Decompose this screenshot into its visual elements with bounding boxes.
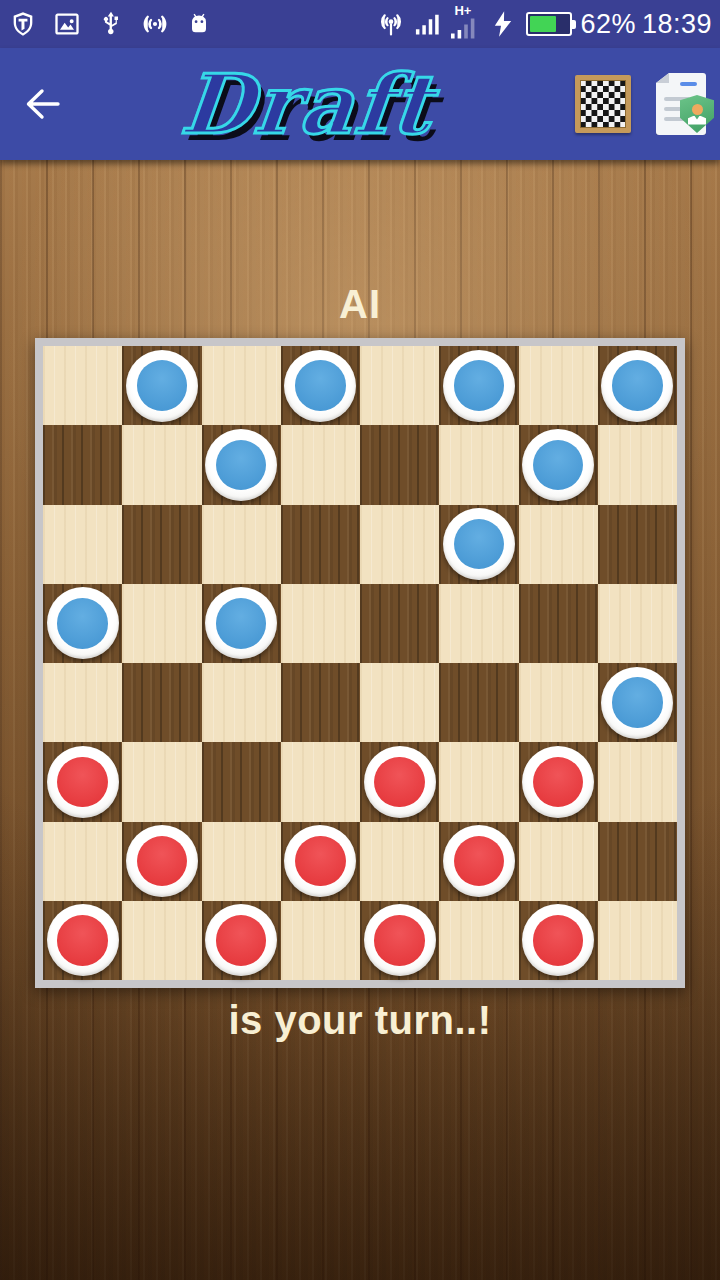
board-cell[interactable] [43,425,122,504]
battery-icon [526,12,572,36]
board-cell[interactable] [598,346,677,425]
board-cell[interactable] [439,505,518,584]
usb-icon [96,9,126,39]
red-piece[interactable] [284,825,356,897]
board-cell[interactable] [360,822,439,901]
piece-inner [612,360,662,410]
board-cell[interactable] [202,346,281,425]
piece-inner [57,915,107,965]
red-piece[interactable] [126,825,198,897]
app-bar: Draft [0,48,720,160]
board-cell[interactable] [43,505,122,584]
blue-piece[interactable] [284,350,356,422]
battery-tip [572,20,576,29]
battery-fill [530,16,556,32]
board-cell[interactable] [519,822,598,901]
board-cell[interactable] [202,425,281,504]
board-cell[interactable] [43,901,122,980]
board-cell[interactable] [598,901,677,980]
board-cell[interactable] [598,505,677,584]
blue-piece[interactable] [601,350,673,422]
red-piece[interactable] [364,746,436,818]
person-head [692,104,703,115]
signal-hplus-icon: H+ [448,7,482,41]
document-shield-icon [656,73,706,135]
board-cell[interactable] [281,663,360,742]
board-cell[interactable] [122,663,201,742]
board-cell[interactable] [598,742,677,821]
checkerboard-icon [575,75,631,133]
piece-inner [216,440,266,490]
board-cell[interactable] [598,822,677,901]
checkers-board[interactable] [35,338,685,988]
board-cell[interactable] [439,822,518,901]
board-cell[interactable] [360,425,439,504]
board-cell[interactable] [360,346,439,425]
blue-piece[interactable] [126,350,198,422]
board-cell[interactable] [598,584,677,663]
game-area: AI is your turn..! [0,160,720,1280]
board-cell[interactable] [598,425,677,504]
blue-piece[interactable] [443,508,515,580]
board-cell[interactable] [439,584,518,663]
android-debug-icon [184,9,214,39]
board-cell[interactable] [519,663,598,742]
board-cell[interactable] [122,822,201,901]
board-cell[interactable] [43,584,122,663]
piece-inner [295,360,345,410]
board-cell[interactable] [360,505,439,584]
board-cell[interactable] [202,505,281,584]
opponent-label: AI [0,282,720,327]
board-cell[interactable] [122,584,201,663]
blue-piece[interactable] [443,350,515,422]
board-cell[interactable] [281,901,360,980]
signal-full-icon [412,9,442,39]
board-cell[interactable] [519,346,598,425]
app-title: Draft [177,63,436,145]
board-cell[interactable] [281,505,360,584]
board-cell[interactable] [43,742,122,821]
board-cell[interactable] [281,425,360,504]
piece-inner [137,360,187,410]
board-cell[interactable] [122,901,201,980]
clock-text: 18:39 [642,9,712,40]
status-bar: H+ 62% 18:39 [0,0,720,48]
piece-inner [454,360,504,410]
board-cell[interactable] [122,425,201,504]
red-piece[interactable] [205,904,277,976]
board-cell[interactable] [360,901,439,980]
piece-inner [295,836,345,886]
board-cell[interactable] [439,425,518,504]
blue-piece[interactable] [47,587,119,659]
back-button[interactable] [0,48,80,160]
piece-inner [533,440,583,490]
status-bar-left-icons [8,9,214,39]
gallery-icon [52,9,82,39]
piece-inner [137,836,187,886]
board-cell[interactable] [519,742,598,821]
board-cell[interactable] [281,584,360,663]
red-piece[interactable] [47,904,119,976]
blue-piece[interactable] [205,429,277,501]
piece-inner [57,598,107,648]
piece-inner [216,598,266,648]
board-cell[interactable] [519,505,598,584]
board-cell[interactable] [439,742,518,821]
blue-piece[interactable] [205,587,277,659]
blue-piece[interactable] [601,667,673,739]
piece-inner [374,757,424,807]
document-shield-button[interactable] [642,48,720,160]
document-blue-line [680,82,697,86]
red-piece[interactable] [443,825,515,897]
battery-percent-text: 62% [580,9,636,40]
board-cell[interactable] [202,742,281,821]
piece-inner [612,677,662,727]
board-cell[interactable] [360,742,439,821]
red-piece[interactable] [522,904,594,976]
piece-inner [454,836,504,886]
board-cell[interactable] [439,901,518,980]
board-cell[interactable] [202,663,281,742]
board-cell[interactable] [43,822,122,901]
board-cell[interactable] [439,663,518,742]
screen: H+ 62% 18:39 Draft [0,0,720,1280]
piece-inner [533,757,583,807]
board-cell[interactable] [202,584,281,663]
shield-icon [8,9,38,39]
app-title-wrap: Draft [80,48,564,160]
piece-inner [454,519,504,569]
red-piece[interactable] [47,746,119,818]
status-bar-right: H+ 62% 18:39 [376,7,712,41]
board-cell[interactable] [519,584,598,663]
board-cell[interactable] [519,901,598,980]
charging-bolt-icon [488,9,518,39]
back-arrow-icon [17,81,63,127]
blue-piece[interactable] [522,429,594,501]
board-cell[interactable] [360,663,439,742]
turn-message: is your turn..! [0,998,720,1043]
board-cell[interactable] [281,742,360,821]
checkerboard-button[interactable] [564,48,642,160]
board-cell[interactable] [202,822,281,901]
piece-inner [374,915,424,965]
board-cell[interactable] [122,742,201,821]
board-cell[interactable] [202,901,281,980]
board-cell[interactable] [360,584,439,663]
red-piece[interactable] [522,746,594,818]
board-cell[interactable] [122,346,201,425]
person-body [688,116,706,125]
piece-inner [533,915,583,965]
board-cell[interactable] [281,346,360,425]
board-cell[interactable] [43,663,122,742]
board-cell[interactable] [519,425,598,504]
board-cell[interactable] [43,346,122,425]
board-cell[interactable] [122,505,201,584]
board-cell[interactable] [439,346,518,425]
piece-inner [216,915,266,965]
piece-inner [57,757,107,807]
board-cell[interactable] [598,663,677,742]
tethering-icon [376,9,406,39]
board-cell[interactable] [281,822,360,901]
hotspot-icon [140,9,170,39]
red-piece[interactable] [364,904,436,976]
